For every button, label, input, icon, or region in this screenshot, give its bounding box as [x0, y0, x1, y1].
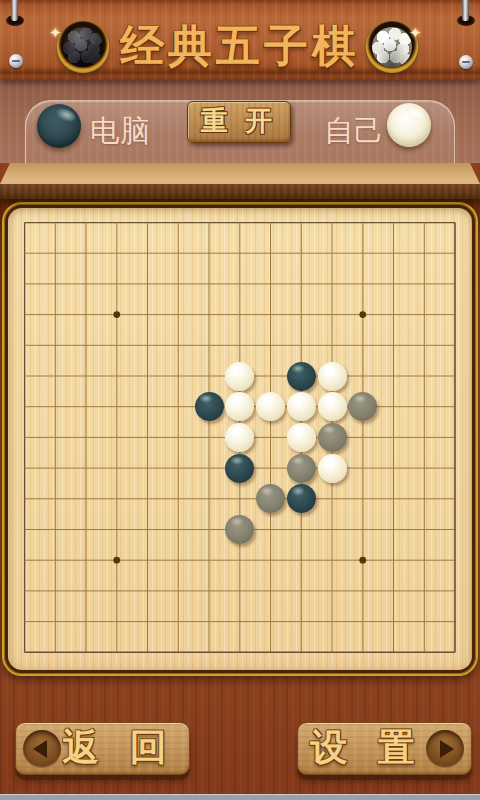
white-pebbles: [372, 27, 412, 67]
board-frame: [2, 202, 478, 676]
black-pebbles: [63, 27, 103, 67]
stone-black: [225, 454, 254, 483]
shelf-top: [0, 163, 480, 184]
stone-white: [287, 423, 316, 452]
shelf-front: [0, 184, 480, 199]
stone-white: [287, 392, 316, 421]
board-area: [0, 199, 480, 800]
back-button[interactable]: 返 回: [15, 722, 190, 775]
left-arrow-icon: [23, 730, 61, 768]
stone-gray: [348, 392, 377, 421]
settings-button[interactable]: 设 置: [297, 722, 472, 775]
computer-player-label: 电脑: [90, 111, 150, 152]
hanging-rod-icon: [462, 0, 469, 21]
stone-gray: [287, 454, 316, 483]
stone-white: [225, 362, 254, 391]
stone-white: [256, 392, 285, 421]
right-arrow-icon: [426, 730, 464, 768]
gomoku-board[interactable]: [24, 222, 456, 653]
app-screen: ✦ ✦ 经典五子棋 电脑 重 开 自己 返 回 设 置: [0, 0, 480, 800]
stone-gray: [318, 423, 347, 452]
stone-black: [287, 484, 316, 513]
screw-icon: [9, 54, 23, 68]
self-player-label: 自己: [324, 111, 384, 152]
stone-gray: [256, 484, 285, 513]
stone-white: [318, 362, 347, 391]
stone-black: [287, 362, 316, 391]
stone-gray: [225, 515, 254, 544]
title-bar: ✦ ✦ 经典五子棋: [0, 0, 480, 80]
hanging-rod-icon: [11, 0, 18, 21]
stone-black: [195, 392, 224, 421]
screw-icon: [459, 55, 473, 69]
sparkle-icon: ✦: [49, 24, 62, 42]
stone-white: [225, 392, 254, 421]
board-panel: [8, 208, 472, 670]
black-stones-bowl-icon: [57, 21, 109, 73]
stone-white: [318, 392, 347, 421]
self-player-stone-icon: [387, 103, 431, 147]
computer-player-stone-icon: [37, 104, 81, 148]
stone-white: [318, 454, 347, 483]
restart-button[interactable]: 重 开: [187, 101, 291, 143]
bottom-edge-strip: [0, 794, 480, 800]
stone-white: [225, 423, 254, 452]
sparkle-icon: ✦: [409, 24, 422, 42]
